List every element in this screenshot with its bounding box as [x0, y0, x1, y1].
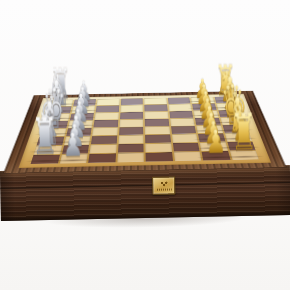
piece-gold-rook: ♜: [230, 110, 257, 157]
light-square: [144, 98, 166, 105]
light-square: [92, 128, 117, 136]
dark-square: [144, 105, 167, 112]
light-square: [90, 144, 117, 153]
piece-glyph: ♟: [62, 131, 83, 161]
light-square: ♟: [59, 154, 87, 164]
dark-square: [119, 127, 144, 135]
dark-square: [121, 98, 143, 105]
light-square: [118, 135, 143, 144]
piece-silver-pawn: ♟: [62, 131, 83, 161]
light-square: [117, 153, 144, 163]
dark-square: [120, 112, 143, 119]
chess-board-wood-frame: ♜♟♟♜♞♟♟♞♝♟♟♝♛♟♟♛♚♟♟♚♝♟♟♝♞♟♟♞♜♟♟♜: [4, 91, 286, 173]
photo-background: ♜♟♟♜♞♟♟♞♝♟♟♝♛♟♟♛♚♟♟♚♝♟♟♝♞♟♟♞♜♟♟♜: [0, 0, 290, 290]
piece-gold-pawn: ♟: [205, 128, 226, 158]
dark-square: ♜: [31, 155, 60, 165]
dark-square: ♟: [202, 151, 231, 160]
dark-square: [146, 152, 173, 161]
dark-square: [171, 126, 196, 134]
piece-glyph: ♟: [205, 128, 226, 158]
light-square: [97, 99, 120, 106]
dark-square: [145, 135, 171, 143]
light-square: [145, 111, 169, 118]
dark-square: [93, 120, 117, 128]
perspective-scene: ♜♟♟♜♞♟♟♞♝♟♟♝♛♟♟♛♚♟♟♚♝♟♟♝♞♟♟♞♜♟♟♜: [0, 0, 290, 290]
dark-square: [96, 106, 119, 113]
light-square: [95, 112, 119, 119]
piece-silver-rook: ♜: [31, 114, 58, 161]
brass-border: ♜♟♟♜♞♟♟♞♝♟♟♝♛♟♟♛♚♟♟♚♝♟♟♝♞♟♟♞♜♟♟♜: [19, 94, 272, 168]
piece-glyph: ♜: [230, 110, 257, 157]
dark-square: [118, 144, 144, 153]
board-squares: ♜♟♟♜♞♟♟♞♝♟♟♝♛♟♟♛♚♟♟♚♝♟♟♝♞♟♟♞♜♟♟♜: [31, 96, 259, 164]
dark-square: [145, 119, 169, 127]
chess-set-product: ♜♟♟♜♞♟♟♞♝♟♟♝♛♟♟♛♚♟♟♚♝♟♟♝♞♟♟♞♜♟♟♜: [0, 0, 290, 290]
light-square: [145, 143, 171, 152]
piece-glyph: ♜: [31, 114, 58, 161]
light-square: [120, 105, 143, 112]
light-square: [145, 126, 170, 134]
light-square: ♜: [230, 150, 259, 159]
light-square: [119, 119, 143, 127]
